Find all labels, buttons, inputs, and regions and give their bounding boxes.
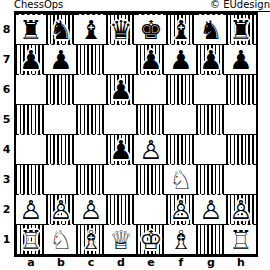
square-b4[interactable] bbox=[46, 134, 76, 164]
square-h6[interactable] bbox=[226, 74, 256, 104]
piece-white-king[interactable]: ♔ bbox=[139, 226, 162, 254]
rank-label-3: 3 bbox=[0, 164, 13, 194]
square-c7[interactable] bbox=[76, 44, 106, 74]
piece-white-pawn[interactable]: ♙ bbox=[169, 196, 192, 224]
piece-black-queen[interactable]: ♛ bbox=[109, 16, 132, 44]
square-e3[interactable] bbox=[136, 164, 166, 194]
square-c4[interactable] bbox=[76, 134, 106, 164]
piece-black-knight[interactable]: ♞ bbox=[49, 16, 72, 44]
rank-label-2: 2 bbox=[0, 194, 13, 224]
square-h8[interactable]: ♜ bbox=[226, 14, 256, 44]
piece-white-bishop[interactable]: ♗ bbox=[79, 226, 102, 254]
file-label-c: c bbox=[76, 256, 106, 269]
square-e8[interactable]: ♚ bbox=[136, 14, 166, 44]
app-title: ChessOps bbox=[14, 0, 63, 10]
rank-label-5: 5 bbox=[0, 104, 13, 134]
square-d2[interactable] bbox=[106, 194, 136, 224]
square-a4[interactable] bbox=[16, 134, 46, 164]
rank-label-4: 4 bbox=[0, 134, 13, 164]
square-a8[interactable]: ♜ bbox=[16, 14, 46, 44]
file-label-d: d bbox=[106, 256, 136, 269]
square-e1[interactable]: ♔ bbox=[136, 224, 166, 254]
piece-black-pawn[interactable]: ♟ bbox=[109, 136, 132, 164]
square-c1[interactable]: ♗ bbox=[76, 224, 106, 254]
square-f6[interactable] bbox=[166, 74, 196, 104]
file-label-g: g bbox=[196, 256, 226, 269]
square-d8[interactable]: ♛ bbox=[106, 14, 136, 44]
piece-black-pawn[interactable]: ♟ bbox=[139, 46, 162, 74]
square-f2[interactable]: ♙ bbox=[166, 194, 196, 224]
file-label-h: h bbox=[226, 256, 256, 269]
square-b6[interactable] bbox=[46, 74, 76, 104]
chess-board: ♜♞♝♛♚♝♞♜♟♟♟♟♟♟♟♟♙♘♙♙♙♙♙♙♖♘♗♕♔♗♖ bbox=[14, 12, 258, 257]
square-a6[interactable] bbox=[16, 74, 46, 104]
piece-black-rook[interactable]: ♜ bbox=[229, 16, 252, 44]
file-label-a: a bbox=[16, 256, 46, 269]
square-a1[interactable]: ♖ bbox=[16, 224, 46, 254]
rank-label-1: 1 bbox=[0, 224, 13, 254]
square-e2[interactable] bbox=[136, 194, 166, 224]
piece-black-knight[interactable]: ♞ bbox=[199, 16, 222, 44]
square-h3[interactable] bbox=[226, 164, 256, 194]
square-d6[interactable]: ♟ bbox=[106, 74, 136, 104]
square-b1[interactable]: ♘ bbox=[46, 224, 76, 254]
piece-white-rook[interactable]: ♖ bbox=[229, 226, 252, 254]
piece-white-knight[interactable]: ♘ bbox=[169, 166, 192, 194]
square-d5[interactable] bbox=[106, 104, 136, 134]
square-e7[interactable]: ♟ bbox=[136, 44, 166, 74]
square-c8[interactable]: ♝ bbox=[76, 14, 106, 44]
square-b2[interactable]: ♙ bbox=[46, 194, 76, 224]
square-b5[interactable] bbox=[46, 104, 76, 134]
square-f5[interactable] bbox=[166, 104, 196, 134]
piece-white-pawn[interactable]: ♙ bbox=[199, 196, 222, 224]
piece-white-pawn[interactable]: ♙ bbox=[49, 196, 72, 224]
square-g7[interactable]: ♟ bbox=[196, 44, 226, 74]
square-h7[interactable]: ♟ bbox=[226, 44, 256, 74]
square-e6[interactable] bbox=[136, 74, 166, 104]
square-g8[interactable]: ♞ bbox=[196, 14, 226, 44]
square-a2[interactable]: ♙ bbox=[16, 194, 46, 224]
credit-text: © EUdesign bbox=[210, 0, 270, 10]
piece-white-knight[interactable]: ♘ bbox=[49, 226, 72, 254]
piece-black-king[interactable]: ♚ bbox=[139, 16, 162, 44]
square-f1[interactable]: ♗ bbox=[166, 224, 196, 254]
rank-label-6: 6 bbox=[0, 74, 13, 104]
square-g3[interactable] bbox=[196, 164, 226, 194]
square-a5[interactable] bbox=[16, 104, 46, 134]
piece-white-pawn[interactable]: ♙ bbox=[19, 196, 42, 224]
piece-black-pawn[interactable]: ♟ bbox=[49, 46, 72, 74]
rank-label-8: 8 bbox=[0, 14, 13, 44]
square-f4[interactable] bbox=[166, 134, 196, 164]
square-f7[interactable]: ♟ bbox=[166, 44, 196, 74]
square-c5[interactable] bbox=[76, 104, 106, 134]
square-g6[interactable] bbox=[196, 74, 226, 104]
piece-black-pawn[interactable]: ♟ bbox=[229, 46, 252, 74]
square-c3[interactable] bbox=[76, 164, 106, 194]
square-g5[interactable] bbox=[196, 104, 226, 134]
square-a7[interactable]: ♟ bbox=[16, 44, 46, 74]
piece-white-rook[interactable]: ♖ bbox=[19, 226, 42, 254]
square-d4[interactable]: ♟ bbox=[106, 134, 136, 164]
square-f3[interactable]: ♘ bbox=[166, 164, 196, 194]
piece-white-pawn[interactable]: ♙ bbox=[79, 196, 102, 224]
square-g2[interactable]: ♙ bbox=[196, 194, 226, 224]
square-d1[interactable]: ♕ bbox=[106, 224, 136, 254]
piece-white-pawn[interactable]: ♙ bbox=[139, 136, 162, 164]
square-f8[interactable]: ♝ bbox=[166, 14, 196, 44]
file-label-b: b bbox=[46, 256, 76, 269]
square-h2[interactable]: ♙ bbox=[226, 194, 256, 224]
square-d7[interactable] bbox=[106, 44, 136, 74]
piece-white-queen[interactable]: ♕ bbox=[109, 226, 132, 254]
square-h4[interactable] bbox=[226, 134, 256, 164]
piece-white-bishop[interactable]: ♗ bbox=[169, 226, 192, 254]
file-labels: abcdefgh bbox=[16, 256, 256, 269]
square-g1[interactable] bbox=[196, 224, 226, 254]
piece-black-pawn[interactable]: ♟ bbox=[169, 46, 192, 74]
piece-black-bishop[interactable]: ♝ bbox=[169, 16, 192, 44]
square-c2[interactable]: ♙ bbox=[76, 194, 106, 224]
piece-black-pawn[interactable]: ♟ bbox=[109, 76, 132, 104]
piece-black-pawn[interactable]: ♟ bbox=[199, 46, 222, 74]
rank-label-7: 7 bbox=[0, 44, 13, 74]
file-label-e: e bbox=[136, 256, 166, 269]
file-label-f: f bbox=[166, 256, 196, 269]
square-b3[interactable] bbox=[46, 164, 76, 194]
square-a3[interactable] bbox=[16, 164, 46, 194]
title-bar: ChessOps © EUdesign bbox=[14, 0, 270, 12]
piece-black-bishop[interactable]: ♝ bbox=[79, 16, 102, 44]
square-d3[interactable] bbox=[106, 164, 136, 194]
square-h5[interactable] bbox=[226, 104, 256, 134]
square-b7[interactable]: ♟ bbox=[46, 44, 76, 74]
square-c6[interactable] bbox=[76, 74, 106, 104]
rank-labels: 87654321 bbox=[0, 14, 13, 254]
square-g4[interactable] bbox=[196, 134, 226, 164]
square-b8[interactable]: ♞ bbox=[46, 14, 76, 44]
piece-black-pawn[interactable]: ♟ bbox=[19, 46, 42, 74]
piece-white-pawn[interactable]: ♙ bbox=[229, 196, 252, 224]
square-h1[interactable]: ♖ bbox=[226, 224, 256, 254]
square-e4[interactable]: ♙ bbox=[136, 134, 166, 164]
piece-black-rook[interactable]: ♜ bbox=[19, 16, 42, 44]
square-e5[interactable] bbox=[136, 104, 166, 134]
